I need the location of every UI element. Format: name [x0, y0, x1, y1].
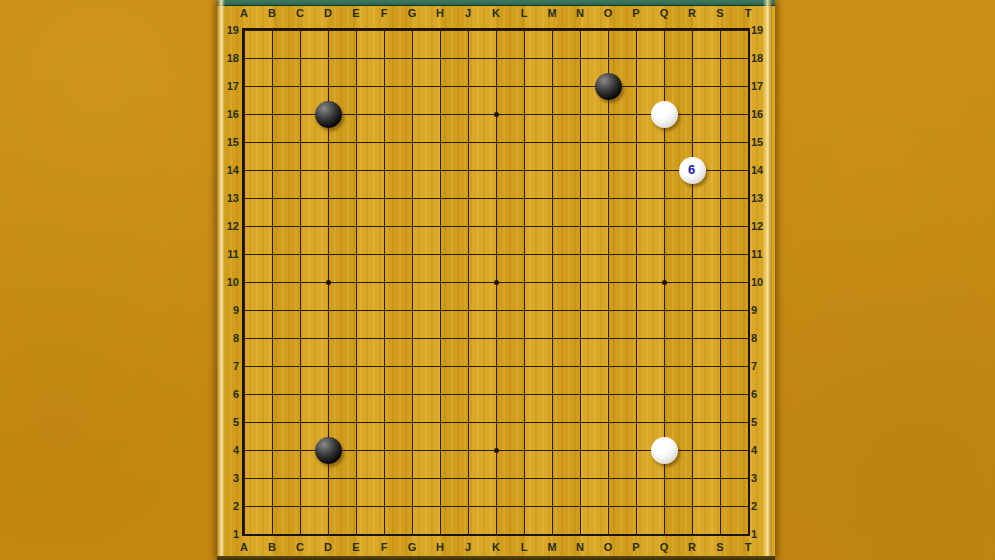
row-label-right-12: 12 [751, 219, 777, 233]
row-label-left-17: 17 [218, 79, 239, 93]
col-label-top-Q: Q [650, 6, 678, 20]
col-label-bottom-M: M [538, 540, 566, 554]
col-label-bottom-A: A [230, 540, 258, 554]
col-label-bottom-J: J [454, 540, 482, 554]
stone-white-r14: 6 [679, 157, 706, 184]
row-label-right-5: 5 [751, 415, 777, 429]
row-label-left-18: 18 [218, 51, 239, 65]
col-label-top-S: S [706, 6, 734, 20]
row-label-left-19: 19 [218, 23, 239, 37]
col-label-top-P: P [622, 6, 650, 20]
col-label-bottom-S: S [706, 540, 734, 554]
col-label-top-J: J [454, 6, 482, 20]
stone-black-d4 [315, 437, 342, 464]
col-label-top-O: O [594, 6, 622, 20]
col-label-bottom-L: L [510, 540, 538, 554]
col-label-bottom-H: H [426, 540, 454, 554]
col-label-top-B: B [258, 6, 286, 20]
row-label-left-7: 7 [218, 359, 239, 373]
col-label-top-D: D [314, 6, 342, 20]
row-label-right-16: 16 [751, 107, 777, 121]
row-label-right-4: 4 [751, 443, 777, 457]
move-number-label: 6 [688, 163, 695, 176]
stone-black-d16 [315, 101, 342, 128]
row-label-left-2: 2 [218, 499, 239, 513]
stone-white-q16 [651, 101, 678, 128]
row-label-right-11: 11 [751, 247, 777, 261]
row-label-left-8: 8 [218, 331, 239, 345]
row-label-left-3: 3 [218, 471, 239, 485]
bottom-strip [217, 556, 775, 560]
col-label-top-G: G [398, 6, 426, 20]
col-label-top-R: R [678, 6, 706, 20]
row-label-right-15: 15 [751, 135, 777, 149]
page-background: 6 AABBCCDDEEFFGGHHJJKKLLMMNNOOPPQQRRSSTT… [0, 0, 995, 560]
row-label-left-11: 11 [218, 247, 239, 261]
row-label-right-18: 18 [751, 51, 777, 65]
row-label-right-13: 13 [751, 191, 777, 205]
star-point-k4 [494, 448, 499, 453]
row-label-left-4: 4 [218, 443, 239, 457]
row-label-right-17: 17 [751, 79, 777, 93]
star-point-k16 [494, 112, 499, 117]
row-label-left-15: 15 [218, 135, 239, 149]
star-point-d10 [326, 280, 331, 285]
col-label-bottom-P: P [622, 540, 650, 554]
row-label-right-6: 6 [751, 387, 777, 401]
col-label-bottom-G: G [398, 540, 426, 554]
col-label-top-H: H [426, 6, 454, 20]
row-label-left-16: 16 [218, 107, 239, 121]
col-label-bottom-D: D [314, 540, 342, 554]
row-label-left-1: 1 [218, 527, 239, 541]
star-point-q10 [662, 280, 667, 285]
col-label-top-C: C [286, 6, 314, 20]
col-label-bottom-B: B [258, 540, 286, 554]
col-label-bottom-T: T [734, 540, 762, 554]
stone-white-q4 [651, 437, 678, 464]
row-label-right-19: 19 [751, 23, 777, 37]
row-label-left-9: 9 [218, 303, 239, 317]
col-label-bottom-O: O [594, 540, 622, 554]
row-label-right-7: 7 [751, 359, 777, 373]
col-label-bottom-F: F [370, 540, 398, 554]
col-label-bottom-Q: Q [650, 540, 678, 554]
row-label-right-1: 1 [751, 527, 777, 541]
col-label-top-F: F [370, 6, 398, 20]
col-label-bottom-N: N [566, 540, 594, 554]
col-label-top-M: M [538, 6, 566, 20]
col-label-top-A: A [230, 6, 258, 20]
row-label-right-3: 3 [751, 471, 777, 485]
col-label-top-T: T [734, 6, 762, 20]
row-label-left-12: 12 [218, 219, 239, 233]
row-label-right-8: 8 [751, 331, 777, 345]
row-label-left-5: 5 [218, 415, 239, 429]
row-label-left-14: 14 [218, 163, 239, 177]
col-label-bottom-E: E [342, 540, 370, 554]
row-label-right-9: 9 [751, 303, 777, 317]
col-label-top-L: L [510, 6, 538, 20]
board-grid[interactable]: 6 [242, 28, 750, 536]
col-label-top-E: E [342, 6, 370, 20]
col-label-bottom-C: C [286, 540, 314, 554]
row-label-left-6: 6 [218, 387, 239, 401]
col-label-bottom-R: R [678, 540, 706, 554]
col-label-top-K: K [482, 6, 510, 20]
row-label-right-10: 10 [751, 275, 777, 289]
col-label-top-N: N [566, 6, 594, 20]
row-label-left-10: 10 [218, 275, 239, 289]
stone-black-o17 [595, 73, 622, 100]
star-point-k10 [494, 280, 499, 285]
row-label-right-14: 14 [751, 163, 777, 177]
row-label-right-2: 2 [751, 499, 777, 513]
row-label-left-13: 13 [218, 191, 239, 205]
go-board-panel: 6 AABBCCDDEEFFGGHHJJKKLLMMNNOOPPQQRRSSTT… [217, 0, 775, 560]
col-label-bottom-K: K [482, 540, 510, 554]
